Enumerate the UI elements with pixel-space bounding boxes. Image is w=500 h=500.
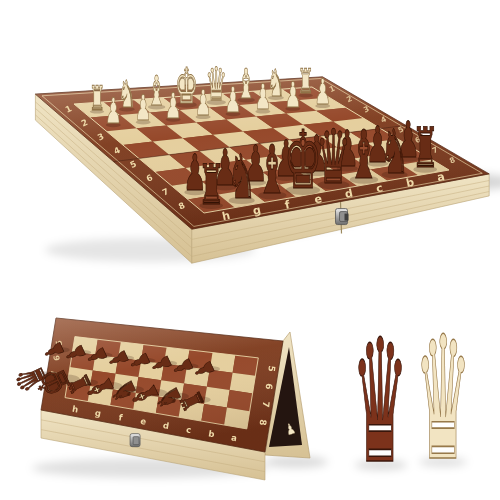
white-pawn-c2: ♟ [254,77,271,118]
white-pawn-d2: ♟ [225,80,242,121]
white-pawn-f2: ♟ [165,85,182,126]
folded-clasp-latch [130,434,140,447]
black-knight-b8: ♞ [380,115,409,187]
dark-queen-piece: ♛ [352,303,409,500]
white-pawn-g2: ♟ [135,88,152,129]
chess-set-illustration: 11h22g33f44e55d66c77b88a♜♞♝♛♚♝♞♜♟♟♟♟♟♟♟♟… [0,0,500,500]
black-rook-a8: ♜ [412,116,439,181]
black-knight-g8: ♞ [227,141,256,213]
light-queen-piece: ♛ [415,300,472,498]
white-pawn-h2: ♟ [105,91,122,132]
folded-rank-label-right: 7 [261,401,272,408]
black-bishop-c8: ♝ [348,115,380,194]
folded-rank-label-right: 5 [266,365,277,372]
black-king-e8: ♚ [284,113,323,207]
white-pawn-a2: ♟ [314,71,331,112]
white-rook-h1: ♜ [89,78,105,117]
clasp-latch [336,209,349,225]
folded-rank-label-right: 8 [258,419,269,426]
white-pawn-e2: ♟ [195,82,212,123]
open-board: 11h22g33f44e55d66c77b88a♜♞♝♛♚♝♞♜♟♟♟♟♟♟♟♟… [35,57,489,264]
black-rook-h8: ♜ [198,152,225,217]
product-photo-chess-set: 11h22g33f44e55d66c77b88a♜♞♝♛♚♝♞♜♟♟♟♟♟♟♟♟… [0,0,500,500]
folded-board: ♟hgfedcba55667788♟♟♟♟♟♟♟♟♛♚♜♝♞♝♞♜ [6,318,310,480]
standalone-pieces: ♛♛ [352,300,472,500]
black-bishop-f8: ♝ [256,131,288,210]
folded-rank-label-right: 6 [263,383,274,390]
white-pawn-b2: ♟ [284,74,301,115]
